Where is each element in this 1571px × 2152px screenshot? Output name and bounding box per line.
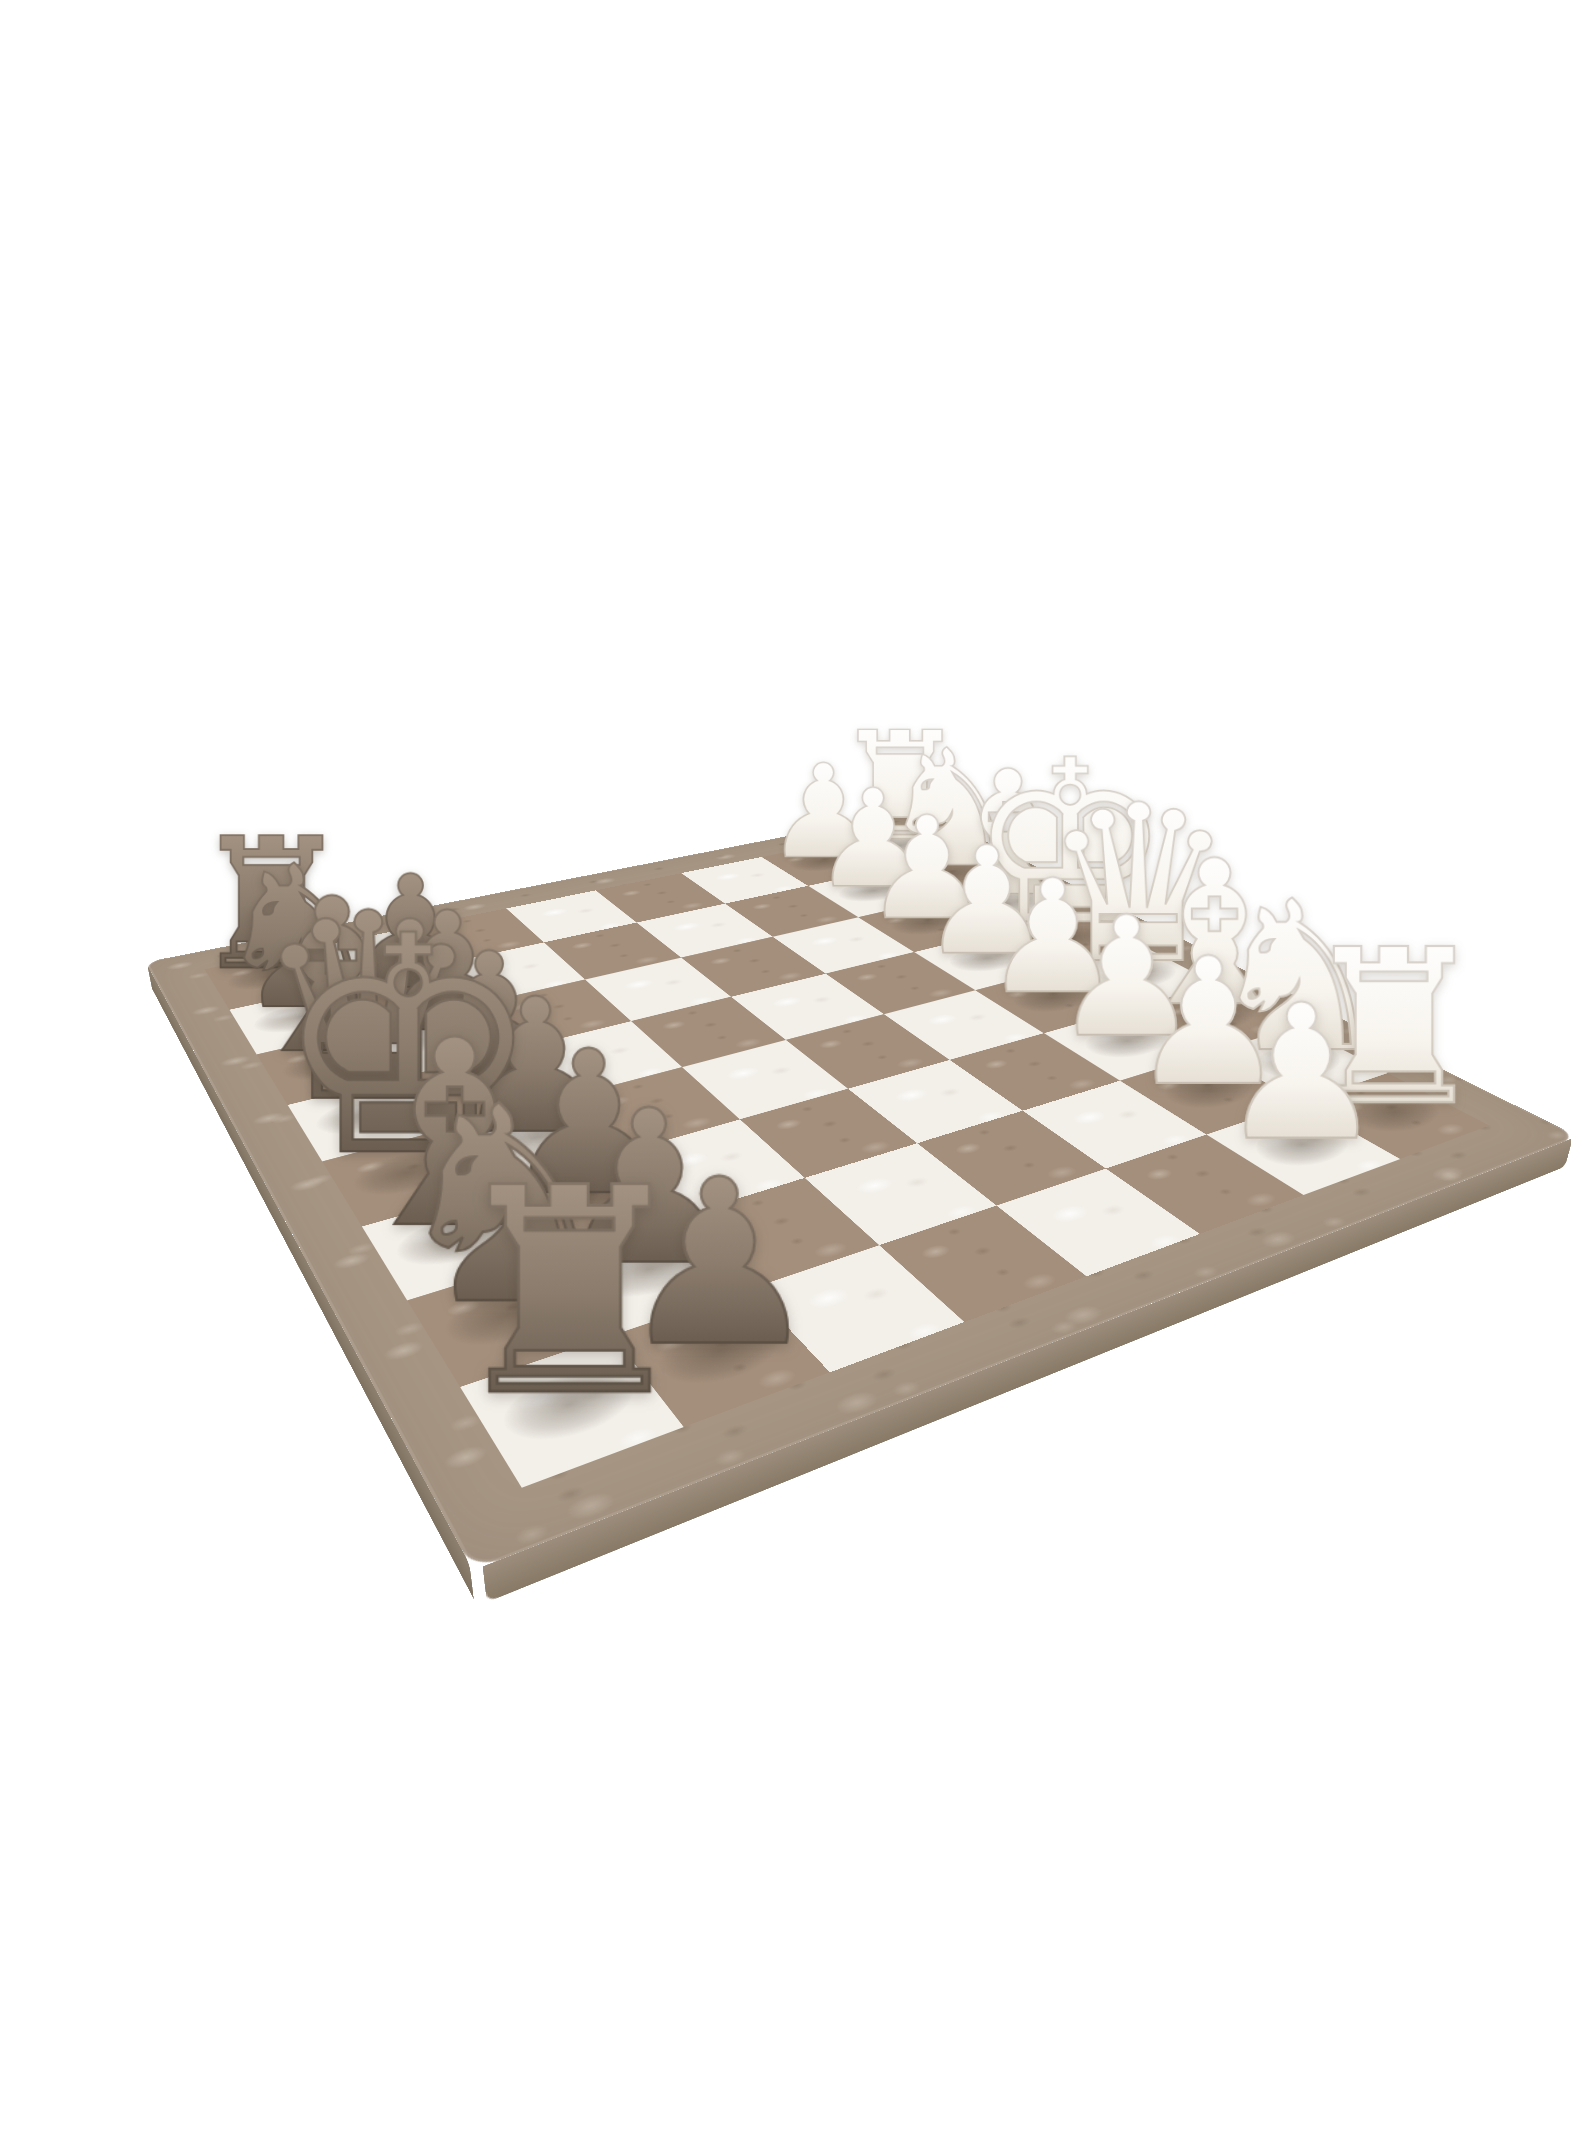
board-frame: ♜♟♜♞♟♟♞♝♟♟♝♛♟♟♚♚♟♟♛♝♟♟♝♞♟♟♞♜♟♟♜ (146, 810, 1571, 1571)
square-a8: ♜ (460, 1335, 683, 1487)
product-photo-stage: ♜♟♜♞♟♟♞♝♟♟♝♛♟♟♚♚♟♟♛♝♟♟♝♞♟♟♞♜♟♟♜ (0, 0, 1571, 2152)
rook-icon: ♜ (338, 1157, 802, 1427)
chess-board: ♜♟♜♞♟♟♞♝♟♟♝♛♟♟♚♚♟♟♛♝♟♟♝♞♟♟♞♜♟♟♜ (146, 810, 1571, 1571)
board-squares: ♜♟♜♞♟♟♞♝♟♟♝♛♟♟♚♚♟♟♛♝♟♟♝♞♟♟♞♜♟♟♜ (205, 827, 1490, 1488)
pawn-icon: ♟ (1121, 985, 1483, 1162)
